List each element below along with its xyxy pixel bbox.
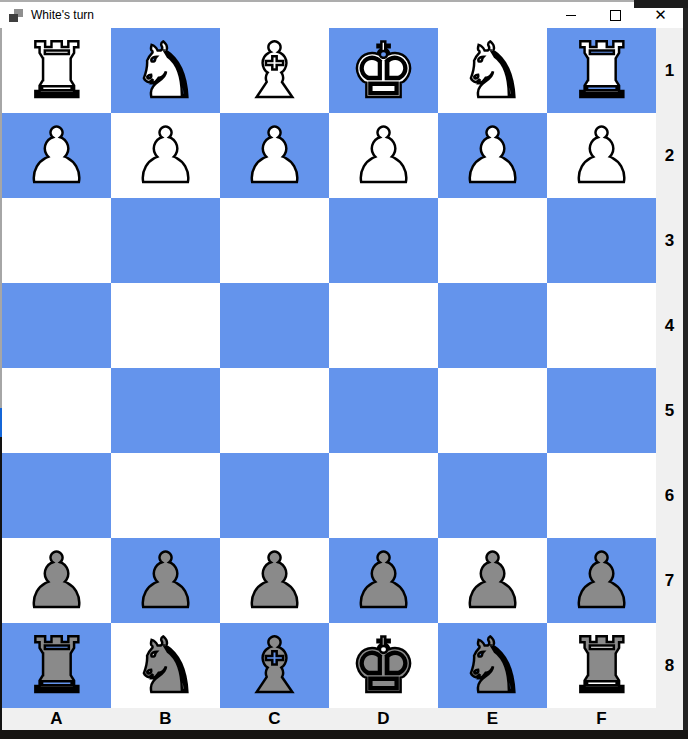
file-label-e: E — [438, 708, 547, 730]
square-b5[interactable] — [111, 368, 220, 453]
square-e8[interactable]: ♞ — [438, 623, 547, 708]
white-pawn-piece: ♟ — [567, 113, 635, 198]
window-left-border — [0, 28, 2, 408]
white-pawn-piece: ♟ — [131, 113, 199, 198]
black-bishop-piece: ♝ — [240, 623, 308, 708]
chess-board: ♜♞♝♚♞♜♟♟♟♟♟♟♟♟♟♟♟♟♜♞♝♚♞♜ — [2, 28, 656, 708]
rank-label-4: 4 — [656, 283, 683, 368]
square-b1[interactable]: ♞ — [111, 28, 220, 113]
square-e5[interactable] — [438, 368, 547, 453]
square-a8[interactable]: ♜ — [2, 623, 111, 708]
black-king-piece: ♚ — [349, 623, 417, 708]
black-knight-piece: ♞ — [458, 623, 526, 708]
white-king-piece: ♚ — [349, 28, 417, 113]
square-f4[interactable] — [547, 283, 656, 368]
square-f7[interactable]: ♟ — [547, 538, 656, 623]
white-rook-piece: ♜ — [567, 28, 635, 113]
square-f1[interactable]: ♜ — [547, 28, 656, 113]
square-d7[interactable]: ♟ — [329, 538, 438, 623]
titlebar: White's turn ✕ — [0, 0, 683, 28]
file-label-a: A — [2, 708, 111, 730]
desktop-fragment-bottom — [0, 730, 688, 739]
square-d3[interactable] — [329, 198, 438, 283]
white-pawn-piece: ♟ — [349, 113, 417, 198]
black-pawn-piece: ♟ — [240, 538, 308, 623]
rank-label-8: 8 — [656, 623, 683, 708]
square-e7[interactable]: ♟ — [438, 538, 547, 623]
minimize-button[interactable] — [548, 2, 593, 28]
desktop-fragment-top-right — [634, 0, 688, 8]
square-b3[interactable] — [111, 198, 220, 283]
black-pawn-piece: ♟ — [349, 538, 417, 623]
square-f8[interactable]: ♜ — [547, 623, 656, 708]
file-label-f: F — [547, 708, 656, 730]
square-a5[interactable] — [2, 368, 111, 453]
square-e2[interactable]: ♟ — [438, 113, 547, 198]
rank-label-strip: 12345678 — [656, 28, 683, 708]
square-a7[interactable]: ♟ — [2, 538, 111, 623]
square-c3[interactable] — [220, 198, 329, 283]
square-d5[interactable] — [329, 368, 438, 453]
square-d6[interactable] — [329, 453, 438, 538]
white-bishop-piece: ♝ — [240, 28, 308, 113]
square-b2[interactable]: ♟ — [111, 113, 220, 198]
black-pawn-piece: ♟ — [458, 538, 526, 623]
file-label-b: B — [111, 708, 220, 730]
square-b7[interactable]: ♟ — [111, 538, 220, 623]
square-c2[interactable]: ♟ — [220, 113, 329, 198]
white-pawn-piece: ♟ — [240, 113, 308, 198]
black-knight-piece: ♞ — [131, 623, 199, 708]
square-c8[interactable]: ♝ — [220, 623, 329, 708]
white-knight-piece: ♞ — [131, 28, 199, 113]
black-rook-piece: ♜ — [567, 623, 635, 708]
app-icon-front — [9, 14, 18, 22]
square-f6[interactable] — [547, 453, 656, 538]
file-label-strip: ABCDEF — [2, 708, 683, 730]
white-pawn-piece: ♟ — [22, 113, 90, 198]
black-pawn-piece: ♟ — [22, 538, 90, 623]
square-d8[interactable]: ♚ — [329, 623, 438, 708]
rank-label-5: 5 — [656, 368, 683, 453]
square-a6[interactable] — [2, 453, 111, 538]
square-c7[interactable]: ♟ — [220, 538, 329, 623]
window-right-border — [683, 8, 688, 730]
square-a1[interactable]: ♜ — [2, 28, 111, 113]
maximize-button[interactable] — [593, 2, 638, 28]
square-b4[interactable] — [111, 283, 220, 368]
white-pawn-piece: ♟ — [458, 113, 526, 198]
window-left-border-dark — [0, 437, 2, 730]
square-f2[interactable]: ♟ — [547, 113, 656, 198]
square-f3[interactable] — [547, 198, 656, 283]
square-c6[interactable] — [220, 453, 329, 538]
square-e1[interactable]: ♞ — [438, 28, 547, 113]
rank-label-1: 1 — [656, 28, 683, 113]
minimize-icon — [566, 15, 576, 16]
white-knight-piece: ♞ — [458, 28, 526, 113]
square-e4[interactable] — [438, 283, 547, 368]
window-left-border-accent — [0, 408, 2, 437]
app-icon — [9, 9, 23, 22]
square-a3[interactable] — [2, 198, 111, 283]
square-e6[interactable] — [438, 453, 547, 538]
window-title: White's turn — [31, 8, 94, 22]
rank-label-3: 3 — [656, 198, 683, 283]
white-rook-piece: ♜ — [22, 28, 90, 113]
rank-label-7: 7 — [656, 538, 683, 623]
square-a4[interactable] — [2, 283, 111, 368]
black-rook-piece: ♜ — [22, 623, 90, 708]
square-d4[interactable] — [329, 283, 438, 368]
rank-label-6: 6 — [656, 453, 683, 538]
square-a2[interactable]: ♟ — [2, 113, 111, 198]
black-pawn-piece: ♟ — [131, 538, 199, 623]
file-label-c: C — [220, 708, 329, 730]
square-c1[interactable]: ♝ — [220, 28, 329, 113]
black-pawn-piece: ♟ — [567, 538, 635, 623]
square-f5[interactable] — [547, 368, 656, 453]
app-window: White's turn ✕ ♜♞♝♚♞♜♟♟♟♟♟♟♟♟♟♟♟♟♜♞♝♚♞♜ … — [0, 0, 688, 739]
square-d2[interactable]: ♟ — [329, 113, 438, 198]
square-e3[interactable] — [438, 198, 547, 283]
maximize-icon — [610, 10, 621, 21]
square-c4[interactable] — [220, 283, 329, 368]
rank-label-2: 2 — [656, 113, 683, 198]
file-label-d: D — [329, 708, 438, 730]
square-c5[interactable] — [220, 368, 329, 453]
square-b6[interactable] — [111, 453, 220, 538]
square-d1[interactable]: ♚ — [329, 28, 438, 113]
square-b8[interactable]: ♞ — [111, 623, 220, 708]
